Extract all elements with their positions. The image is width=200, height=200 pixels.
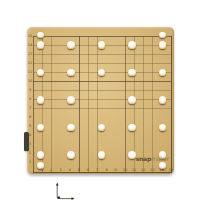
peg-hole xyxy=(37,41,45,49)
empty-cell xyxy=(86,86,117,114)
peg-hole-cell xyxy=(56,86,87,114)
bottom-ruler-number: 14 xyxy=(159,168,165,172)
bottom-ruler-number: 5 xyxy=(76,168,82,172)
peg-hole xyxy=(128,124,136,132)
peg-hole xyxy=(98,69,106,77)
bottom-ruler-number: 11 xyxy=(131,168,137,172)
left-ruler-number: 15 xyxy=(27,34,33,38)
peg-hole xyxy=(37,69,45,77)
edge-clip xyxy=(24,132,29,151)
left-ruler-number: 11 xyxy=(27,70,33,74)
bottom-ruler-number: 9 xyxy=(113,168,119,172)
peg-hole xyxy=(128,151,136,159)
peg-hole xyxy=(128,41,136,49)
peg-hole xyxy=(37,96,45,104)
peg-hole xyxy=(67,69,75,77)
origin-axes-icon xyxy=(54,181,78,200)
peg-hole-cell xyxy=(56,59,87,87)
peg-hole xyxy=(67,124,75,132)
peg-hole-cell xyxy=(56,114,87,142)
platform-board: 123456789101112131415 123456789101112131… xyxy=(27,27,174,174)
peg-hole-cell xyxy=(147,59,178,87)
peg-hole xyxy=(159,96,167,104)
photo-background: 123456789101112131415 123456789101112131… xyxy=(0,0,200,200)
corner-peg-hole-top-left xyxy=(37,32,44,39)
bottom-ruler-number: 10 xyxy=(122,168,128,172)
bottom-ruler-number: 7 xyxy=(94,168,100,172)
peg-hole-cell xyxy=(56,31,87,59)
left-ruler-number: 1 xyxy=(27,160,33,164)
peg-hole xyxy=(67,151,75,159)
peg-hole-cell xyxy=(117,59,148,87)
peg-hole xyxy=(37,151,45,159)
brand-logo: snapmaker xyxy=(136,156,169,162)
peg-holes-grid xyxy=(25,31,178,169)
peg-hole-cell xyxy=(147,114,178,142)
left-ruler-number: 10 xyxy=(27,79,33,83)
peg-hole xyxy=(128,69,136,77)
left-ruler-number: 6 xyxy=(27,115,33,119)
left-ruler-number: 9 xyxy=(27,88,33,92)
bottom-ruler-number: 2 xyxy=(48,168,54,172)
brand-logo-light: maker xyxy=(151,155,169,162)
bottom-ruler-number: 6 xyxy=(85,168,91,172)
corner-peg-hole-top-right xyxy=(159,32,166,39)
left-ruler-number: 7 xyxy=(27,106,33,110)
peg-hole-cell xyxy=(86,114,117,142)
bottom-ruler-number: 12 xyxy=(140,168,146,172)
peg-hole xyxy=(159,41,167,49)
peg-hole xyxy=(98,151,106,159)
left-ruler-number: 8 xyxy=(27,97,33,101)
left-ruler-number: 2 xyxy=(27,151,33,155)
left-ruler-number: 12 xyxy=(27,61,33,65)
peg-hole-cell xyxy=(147,86,178,114)
left-ruler-number: 13 xyxy=(27,52,33,56)
peg-hole xyxy=(159,124,167,132)
bottom-ruler-number: 15 xyxy=(168,168,174,172)
peg-hole xyxy=(159,69,167,77)
peg-hole-cell xyxy=(117,31,148,59)
peg-hole-cell xyxy=(86,31,117,59)
peg-hole-cell xyxy=(56,141,87,169)
bottom-ruler-number: 1 xyxy=(39,168,45,172)
peg-hole xyxy=(98,124,106,132)
peg-hole xyxy=(98,41,106,49)
peg-hole-cell xyxy=(117,86,148,114)
left-ruler-number: 5 xyxy=(27,124,33,128)
peg-hole xyxy=(67,96,75,104)
bottom-ruler-number: 8 xyxy=(104,168,110,172)
bottom-ruler-number: 4 xyxy=(67,168,73,172)
left-ruler-number: 14 xyxy=(27,43,33,47)
peg-hole xyxy=(37,124,45,132)
peg-hole-cell xyxy=(86,59,117,87)
bottom-ruler-number: 13 xyxy=(149,168,155,172)
brand-logo-bold: snap xyxy=(136,155,151,162)
peg-hole xyxy=(67,41,75,49)
peg-hole-cell xyxy=(86,141,117,169)
peg-hole xyxy=(128,96,136,104)
bottom-ruler-number: 3 xyxy=(58,168,64,172)
peg-hole-cell xyxy=(117,114,148,142)
